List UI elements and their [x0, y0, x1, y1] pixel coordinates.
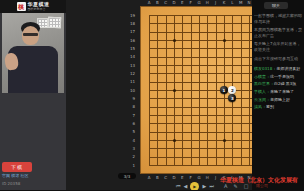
chat-username[interactable]: 云水间： [254, 97, 270, 102]
coord-label: 14 [124, 54, 137, 59]
coord-label: F [187, 0, 195, 5]
brand-logo-icon: 棋 [17, 2, 26, 11]
coord-label: D [170, 0, 178, 5]
coord-label: 8 [124, 104, 137, 109]
coord-label: B [153, 175, 161, 180]
move-counter-badge: 3/3 [118, 173, 136, 179]
coord-label: 11 [124, 79, 137, 84]
chat-tab[interactable]: 聊天 [264, 2, 288, 9]
quick-links[interactable]: 官网 棋谱 社区 [2, 173, 29, 178]
company-watermark: 华夏棋道（北京）文化发展有 限公司 [220, 177, 304, 188]
coord-label: 10 [124, 88, 137, 93]
chat-message: 小棋童：这一手是扳吗 [254, 74, 302, 80]
coord-label: 1 [124, 163, 137, 168]
prev-move-button[interactable]: ◀ [184, 181, 188, 190]
chat-message: 清风：签到 [254, 104, 302, 110]
coord-label: D [170, 175, 178, 180]
coord-label: A [145, 175, 153, 180]
coord-label: H [203, 175, 211, 180]
coord-label: H [203, 0, 211, 5]
room-meta: ID 20358 [2, 181, 20, 186]
coord-label: 4 [124, 138, 137, 143]
star-point [173, 89, 176, 92]
teacher-glasses [23, 33, 38, 36]
chat-text: 来晚了来晚了 [270, 89, 294, 94]
last-move-button[interactable]: ⏭ [209, 181, 214, 190]
chat-username[interactable]: 学棋人： [254, 89, 270, 94]
notice-item: 点击下方按钮可参与互动 [254, 56, 302, 62]
coord-label: K [220, 0, 228, 5]
playback-controls: ⏮◀▶▶⏭ [176, 181, 214, 190]
coord-label: 15 [124, 46, 137, 51]
notice-list: 一起学围棋，感谢大家的陪伴与支持本房间为围棋教学直播，禁止发布广告每天晚上7点半… [254, 13, 302, 61]
coord-label: B [153, 0, 161, 5]
chat-text: 签到 [266, 104, 274, 109]
star-point [223, 139, 226, 142]
coords-numbers-left: 19181716151413121110987654321 [124, 15, 137, 165]
notice-item: 每天晚上7点半开始直播，欢迎关注 [254, 41, 302, 52]
next-move-button[interactable]: ▶ [202, 181, 206, 190]
coord-label: 16 [124, 38, 137, 43]
coord-label: M [237, 0, 245, 5]
chat-username[interactable]: 清风： [254, 104, 266, 109]
webcam-video[interactable] [2, 13, 64, 93]
chat-panel: 聊天 一起学围棋，感谢大家的陪伴与支持本房间为围棋教学直播，禁止发布广告每天晚上… [252, 0, 304, 190]
teacher-body [8, 46, 58, 93]
chat-text: 老师讲得真好 [276, 66, 300, 71]
wall-diagram-picture [48, 17, 61, 28]
coord-label: J [212, 0, 220, 5]
first-move-button[interactable]: ⏮ [176, 181, 181, 190]
coord-label: G [195, 0, 203, 5]
stone-black-1[interactable]: 1 [220, 86, 228, 94]
coord-label: 18 [124, 21, 137, 26]
coord-label: F [187, 175, 195, 180]
chat-username[interactable]: 小棋童： [254, 74, 270, 79]
notice-item: 本房间为围棋教学直播，禁止发布广告 [254, 27, 302, 38]
play-button[interactable]: ▶ [190, 182, 199, 191]
chat-message: 黑白世界：白2碰 黑3扳 [254, 81, 302, 87]
coord-label: 19 [124, 13, 137, 18]
coord-label: C [162, 175, 170, 180]
logo-bar: 棋 华夏棋道 围棋教学平台 [0, 0, 66, 13]
star-point [173, 39, 176, 42]
coord-label: E [178, 0, 186, 5]
chat-message: 云水间：老师晚上好 [254, 97, 302, 103]
coord-label: 2 [124, 154, 137, 159]
stone-black-3[interactable]: 3 [228, 94, 236, 102]
coord-label: C [162, 0, 170, 5]
coord-label: 3 [124, 146, 137, 151]
coord-label: 9 [124, 96, 137, 101]
notice-item: 一起学围棋，感谢大家的陪伴与支持 [254, 13, 302, 24]
app-window: 棋 华夏棋道 围棋教学平台 下棋 官网 棋谱 社区 ID 20358 123 A… [0, 0, 304, 190]
coord-label: 12 [124, 71, 137, 76]
coord-label: A [145, 0, 153, 5]
coord-label: J [212, 175, 220, 180]
left-sidebar: 棋 华夏棋道 围棋教学平台 下棋 官网 棋谱 社区 ID 20358 [0, 0, 66, 190]
board-region: 123 ABCDEFGHJKLMNOPQRST ABCDEFGHJKLMNOPQ… [66, 0, 252, 190]
star-point [173, 139, 176, 142]
coord-label: 13 [124, 63, 137, 68]
stone-white-2[interactable]: 2 [228, 86, 236, 94]
coord-label: G [195, 175, 203, 180]
coord-label: 7 [124, 113, 137, 118]
brand-text: 华夏棋道 围棋教学平台 [28, 2, 50, 11]
coord-label: 6 [124, 121, 137, 126]
chat-text: 这一手是扳吗 [270, 74, 294, 79]
star-point [223, 39, 226, 42]
watermark-line-2: 限公司 [220, 184, 304, 188]
chat-message: 学棋人：来晚了来晚了 [254, 89, 302, 95]
play-go-button[interactable]: 下棋 [2, 162, 32, 172]
brand-subtitle: 围棋教学平台 [28, 8, 50, 11]
chat-text: 白2碰 黑3扳 [274, 81, 296, 86]
chat-text: 老师晚上好 [270, 97, 290, 102]
chat-message: 棋友0318：老师讲得真好 [254, 66, 302, 72]
coord-label: 17 [124, 29, 137, 34]
coord-label: 5 [124, 129, 137, 134]
coord-label: E [178, 175, 186, 180]
chat-username[interactable]: 棋友0318： [254, 66, 276, 71]
chat-message-list[interactable]: 棋友0318：老师讲得真好小棋童：这一手是扳吗黑白世界：白2碰 黑3扳学棋人：来… [254, 66, 302, 110]
coord-label: L [228, 0, 236, 5]
chat-username[interactable]: 黑白世界： [254, 81, 274, 86]
